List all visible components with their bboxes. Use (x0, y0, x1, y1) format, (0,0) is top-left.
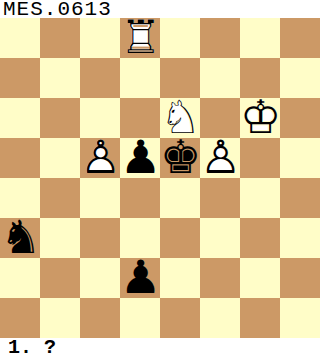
square-c1[interactable] (80, 298, 120, 338)
piece-black-knight[interactable]: ♞ (0, 218, 40, 258)
square-c8[interactable] (80, 18, 120, 58)
square-b4[interactable] (40, 178, 80, 218)
square-h5[interactable] (280, 138, 320, 178)
square-a3[interactable]: ♞ (0, 218, 40, 258)
puzzle-id: MES.0613 (3, 1, 112, 18)
square-e1[interactable] (160, 298, 200, 338)
square-g2[interactable] (240, 258, 280, 298)
piece-glyph: ♚ (160, 137, 201, 177)
square-e3[interactable] (160, 218, 200, 258)
square-b8[interactable] (40, 18, 80, 58)
square-f5[interactable]: ♟♙ (200, 138, 240, 178)
piece-outline-layer: ♙ (200, 137, 241, 177)
square-e4[interactable] (160, 178, 200, 218)
square-e5[interactable]: ♚ (160, 138, 200, 178)
square-a5[interactable] (0, 138, 40, 178)
square-h3[interactable] (280, 218, 320, 258)
square-b1[interactable] (40, 298, 80, 338)
square-f2[interactable] (200, 258, 240, 298)
square-c3[interactable] (80, 218, 120, 258)
square-g4[interactable] (240, 178, 280, 218)
square-g8[interactable] (240, 18, 280, 58)
piece-outline-layer: ♙ (80, 137, 121, 177)
square-e2[interactable] (160, 258, 200, 298)
square-g6[interactable]: ♚♔ (240, 98, 280, 138)
square-g1[interactable] (240, 298, 280, 338)
square-a7[interactable] (0, 58, 40, 98)
square-h8[interactable] (280, 18, 320, 58)
square-b7[interactable] (40, 58, 80, 98)
square-h2[interactable] (280, 258, 320, 298)
square-a2[interactable] (0, 258, 40, 298)
square-g3[interactable] (240, 218, 280, 258)
piece-black-king[interactable]: ♚ (160, 138, 200, 178)
piece-black-pawn[interactable]: ♟ (120, 258, 160, 298)
piece-glyph: ♞ (0, 217, 41, 257)
square-b3[interactable] (40, 218, 80, 258)
piece-glyph: ♟ (120, 257, 161, 297)
square-c5[interactable]: ♟♙ (80, 138, 120, 178)
square-f7[interactable] (200, 58, 240, 98)
square-c7[interactable] (80, 58, 120, 98)
square-d1[interactable] (120, 298, 160, 338)
piece-black-pawn[interactable]: ♟ (120, 138, 160, 178)
move-prompt: 1. ? (8, 339, 56, 357)
square-d7[interactable] (120, 58, 160, 98)
piece-outline-layer: ♔ (240, 97, 281, 137)
square-b6[interactable] (40, 98, 80, 138)
square-b2[interactable] (40, 258, 80, 298)
piece-white-rook[interactable]: ♜♖ (120, 18, 160, 58)
square-g5[interactable] (240, 138, 280, 178)
square-h1[interactable] (280, 298, 320, 338)
square-e8[interactable] (160, 18, 200, 58)
square-h6[interactable] (280, 98, 320, 138)
square-d4[interactable] (120, 178, 160, 218)
square-f3[interactable] (200, 218, 240, 258)
piece-glyph: ♟ (120, 137, 161, 177)
square-d8[interactable]: ♜♖ (120, 18, 160, 58)
piece-white-pawn[interactable]: ♟♙ (80, 138, 120, 178)
piece-white-king[interactable]: ♚♔ (240, 98, 280, 138)
square-h4[interactable] (280, 178, 320, 218)
square-a8[interactable] (0, 18, 40, 58)
square-f8[interactable] (200, 18, 240, 58)
piece-outline-layer: ♖ (120, 17, 161, 57)
square-d5[interactable]: ♟ (120, 138, 160, 178)
chess-board: ♜♖♞♘♚♔♟♙♟♚♟♙♞♟ (0, 18, 320, 338)
square-c2[interactable] (80, 258, 120, 298)
square-b5[interactable] (40, 138, 80, 178)
square-d2[interactable]: ♟ (120, 258, 160, 298)
square-c4[interactable] (80, 178, 120, 218)
square-f1[interactable] (200, 298, 240, 338)
piece-white-pawn[interactable]: ♟♙ (200, 138, 240, 178)
square-f4[interactable] (200, 178, 240, 218)
square-h7[interactable] (280, 58, 320, 98)
square-a6[interactable] (0, 98, 40, 138)
square-a1[interactable] (0, 298, 40, 338)
